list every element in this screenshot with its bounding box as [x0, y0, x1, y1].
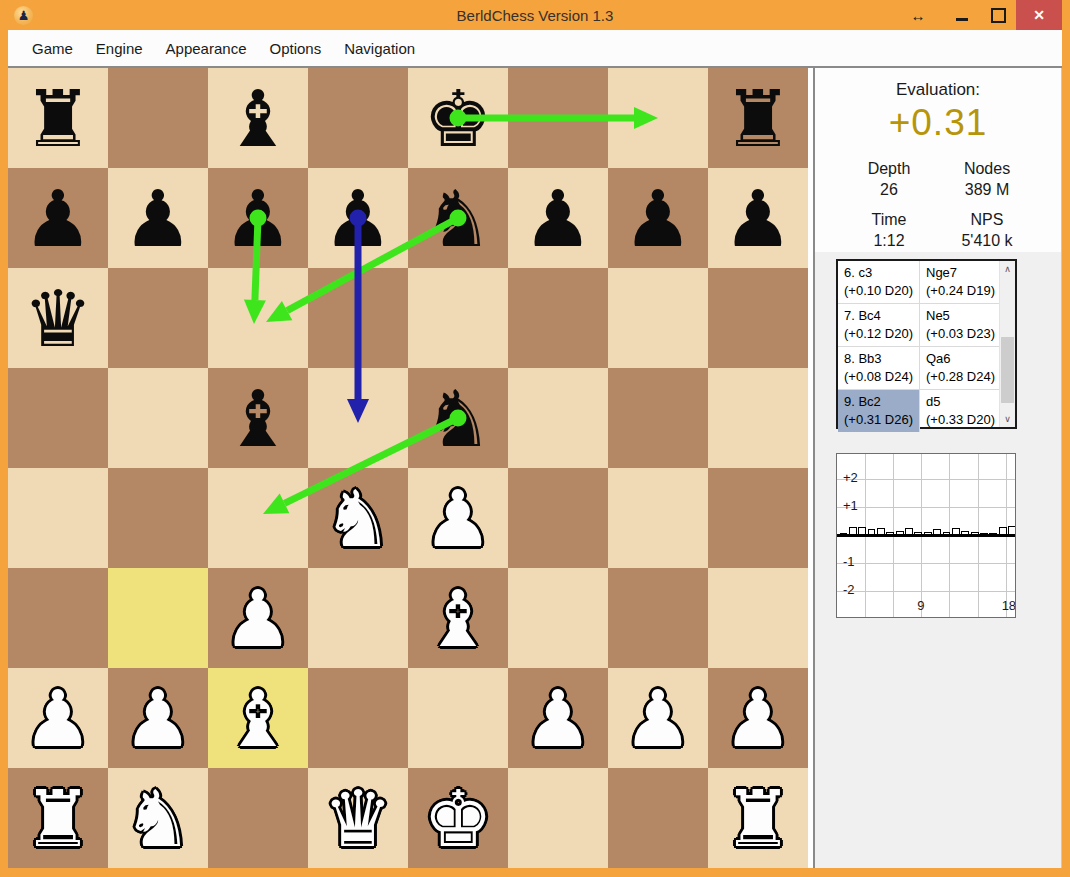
square-h7[interactable]: ♟: [708, 168, 808, 268]
scroll-down-button[interactable]: ∨: [1000, 411, 1015, 427]
square-e1[interactable]: ♚: [408, 768, 508, 868]
square-c6[interactable]: [208, 268, 308, 368]
square-h8[interactable]: ♜: [708, 68, 808, 168]
square-c2[interactable]: ♝: [208, 668, 308, 768]
stat-nodes: Nodes389 M: [938, 158, 1036, 200]
square-b1[interactable]: ♞: [108, 768, 208, 868]
move-text: Nge7: [926, 264, 1000, 282]
minimize-icon: [956, 18, 968, 21]
evaluation-card: Evaluation: +0.31 Depth26Nodes389 MTime1…: [815, 68, 1061, 252]
square-d3[interactable]: [308, 568, 408, 668]
eval-bar-ply-5: [877, 528, 885, 535]
stat-label: NPS: [938, 209, 1036, 230]
eval-bar-ply-11: [933, 529, 941, 535]
eval-bar-ply-16: [980, 533, 988, 535]
square-d4[interactable]: ♞: [308, 468, 408, 568]
square-e7[interactable]: ♞: [408, 168, 508, 268]
menu-bar: GameEngineAppearanceOptionsNavigation: [8, 30, 1062, 66]
square-g7[interactable]: ♟: [608, 168, 708, 268]
eval-bar-ply-6: [886, 532, 894, 535]
move-cell-black[interactable]: d5(+0.33 D20): [920, 390, 1000, 432]
chess-board: ♜♝♚♜♟♟♟♟♞♟♟♟♛♝♞♞♟♟♝♟♟♝♟♟♟♜♞♛♚♜: [8, 68, 808, 868]
chart-gridline: [837, 563, 1015, 564]
resize-arrows-icon[interactable]: ↔: [900, 0, 936, 30]
white-bishop-c2[interactable]: ♝: [208, 668, 308, 768]
square-a1[interactable]: ♜: [8, 768, 108, 868]
white-pawn-g2[interactable]: ♟: [608, 668, 708, 768]
square-e4[interactable]: ♟: [408, 468, 508, 568]
black-rook-h8[interactable]: ♜: [708, 68, 808, 168]
move-text: 8. Bb3: [844, 350, 919, 368]
move-row: 8. Bb3(+0.08 D24)Qa6(+0.28 D24): [838, 347, 1000, 390]
white-pawn-c3[interactable]: ♟: [208, 568, 308, 668]
square-g6[interactable]: [608, 268, 708, 368]
move-row: 7. Bc4(+0.12 D20)Ne5(+0.03 D23): [838, 304, 1000, 347]
square-h2[interactable]: ♟: [708, 668, 808, 768]
square-d1[interactable]: ♛: [308, 768, 408, 868]
stat-value: 1:12: [840, 230, 938, 251]
eval-bar-ply-1: [840, 533, 848, 535]
square-a5[interactable]: [8, 368, 108, 468]
square-e8[interactable]: ♚: [408, 68, 508, 168]
chart-ytick-label: -2: [843, 582, 855, 597]
square-c8[interactable]: ♝: [208, 68, 308, 168]
black-knight-e7[interactable]: ♞: [408, 168, 508, 268]
square-a6[interactable]: ♛: [8, 268, 108, 368]
black-knight-e5[interactable]: ♞: [408, 368, 508, 468]
square-h6[interactable]: [708, 268, 808, 368]
evaluation-label: Evaluation:: [815, 80, 1061, 100]
stat-value: 389 M: [938, 179, 1036, 200]
move-cell-black[interactable]: Nge7(+0.24 D19): [920, 261, 1000, 303]
evaluation-chart: +2+1-1-2918: [836, 453, 1016, 618]
move-text: Ne5: [926, 307, 1000, 325]
evaluation-value: +0.31: [815, 102, 1061, 144]
square-b5[interactable]: [108, 368, 208, 468]
move-eval: (+0.31 D26): [844, 411, 919, 429]
white-rook-h1[interactable]: ♜: [708, 768, 808, 868]
square-f4[interactable]: [508, 468, 608, 568]
white-knight-d4[interactable]: ♞: [308, 468, 408, 568]
move-text: 6. c3: [844, 264, 919, 282]
move-eval: (+0.08 D24): [844, 368, 919, 386]
move-eval: (+0.24 D19): [926, 282, 1000, 300]
white-pawn-h2[interactable]: ♟: [708, 668, 808, 768]
chart-ytick-label: -1: [843, 554, 855, 569]
stat-label: Depth: [840, 158, 938, 179]
chart-xtick-label: 9: [917, 598, 924, 613]
move-eval: (+0.10 D20): [844, 282, 919, 300]
move-cell-white[interactable]: 8. Bb3(+0.08 D24): [838, 347, 920, 389]
menu-item-game[interactable]: Game: [32, 40, 73, 57]
white-pawn-f2[interactable]: ♟: [508, 668, 608, 768]
square-c5[interactable]: ♝: [208, 368, 308, 468]
eval-bar-ply-10: [924, 532, 932, 535]
move-row: 9. Bc2(+0.31 D26)d5(+0.33 D20): [838, 390, 1000, 432]
eval-bar-ply-8: [905, 528, 913, 535]
stat-label: Nodes: [938, 158, 1036, 179]
square-a8[interactable]: ♜: [8, 68, 108, 168]
black-pawn-d7[interactable]: ♟: [308, 168, 408, 268]
move-cell-black[interactable]: Ne5(+0.03 D23): [920, 304, 1000, 346]
square-f5[interactable]: [508, 368, 608, 468]
square-a2[interactable]: ♟: [8, 668, 108, 768]
black-pawn-a7[interactable]: ♟: [8, 168, 108, 268]
minimize-button[interactable]: [944, 0, 980, 30]
eval-bar-ply-2: [849, 527, 857, 535]
square-e3[interactable]: ♝: [408, 568, 508, 668]
black-king-e8[interactable]: ♚: [408, 68, 508, 168]
square-h5[interactable]: [708, 368, 808, 468]
move-text: d5: [926, 393, 1000, 411]
square-f3[interactable]: [508, 568, 608, 668]
square-a7[interactable]: ♟: [8, 168, 108, 268]
title-bar: ♟ BerldChess Version 1.3 ↔ ✕: [8, 0, 1062, 30]
white-pawn-e4[interactable]: ♟: [408, 468, 508, 568]
eval-bar-ply-9: [914, 532, 922, 535]
white-queen-d1[interactable]: ♛: [308, 768, 408, 868]
stat-depth: Depth26: [840, 158, 938, 200]
menu-item-engine[interactable]: Engine: [96, 40, 143, 57]
square-a3[interactable]: [8, 568, 108, 668]
square-c1[interactable]: [208, 768, 308, 868]
square-b4[interactable]: [108, 468, 208, 568]
square-b6[interactable]: [108, 268, 208, 368]
square-c3[interactable]: ♟: [208, 568, 308, 668]
square-d8[interactable]: [308, 68, 408, 168]
square-f1[interactable]: [508, 768, 608, 868]
stat-time: Time1:12: [840, 209, 938, 251]
square-f8[interactable]: [508, 68, 608, 168]
eval-bar-ply-3: [858, 527, 866, 535]
chart-gridline: [837, 479, 1015, 480]
move-text: 7. Bc4: [844, 307, 919, 325]
black-pawn-g7[interactable]: ♟: [608, 168, 708, 268]
black-pawn-f7[interactable]: ♟: [508, 168, 608, 268]
move-row: 6. c3(+0.10 D20)Nge7(+0.24 D19): [838, 261, 1000, 304]
square-e6[interactable]: [408, 268, 508, 368]
square-b7[interactable]: ♟: [108, 168, 208, 268]
square-e5[interactable]: ♞: [408, 368, 508, 468]
white-bishop-e3[interactable]: ♝: [408, 568, 508, 668]
square-f6[interactable]: [508, 268, 608, 368]
maximize-icon: [991, 8, 1006, 23]
eval-bar-ply-15: [971, 532, 979, 535]
menu-item-navigation[interactable]: Navigation: [344, 40, 415, 57]
eval-bar-ply-12: [943, 532, 951, 535]
square-g8[interactable]: [608, 68, 708, 168]
square-g5[interactable]: [608, 368, 708, 468]
square-d5[interactable]: [308, 368, 408, 468]
black-pawn-b7[interactable]: ♟: [108, 168, 208, 268]
move-text: 9. Bc2: [844, 393, 919, 411]
stat-nps: NPS5'410 k: [938, 209, 1036, 251]
chart-ytick-label: +1: [843, 498, 858, 513]
square-a4[interactable]: [8, 468, 108, 568]
move-list: 6. c3(+0.10 D20)Nge7(+0.24 D19)7. Bc4(+0…: [836, 259, 1017, 429]
move-eval: (+0.03 D23): [926, 325, 1000, 343]
black-rook-a8[interactable]: ♜: [8, 68, 108, 168]
move-cell-white[interactable]: 7. Bc4(+0.12 D20): [838, 304, 920, 346]
chart-xtick-label: 18: [1002, 598, 1016, 613]
close-button[interactable]: ✕: [1016, 0, 1062, 30]
black-bishop-c5[interactable]: ♝: [208, 368, 308, 468]
black-bishop-c8[interactable]: ♝: [208, 68, 308, 168]
square-f7[interactable]: ♟: [508, 168, 608, 268]
scrollbar-thumb[interactable]: [1001, 337, 1014, 403]
eval-bar-ply-18: [999, 527, 1007, 535]
square-d7[interactable]: ♟: [308, 168, 408, 268]
move-cell-black[interactable]: Qa6(+0.28 D24): [920, 347, 1000, 389]
square-c4[interactable]: [208, 468, 308, 568]
eval-bar-ply-7: [896, 531, 904, 535]
move-list-scrollbar[interactable]: ∧ ∨: [999, 261, 1015, 427]
white-rook-a1[interactable]: ♜: [8, 768, 108, 868]
square-h4[interactable]: [708, 468, 808, 568]
white-king-e1[interactable]: ♚: [408, 768, 508, 868]
app-window: ♟ BerldChess Version 1.3 ↔ ✕ GameEngineA…: [0, 0, 1070, 877]
black-pawn-h7[interactable]: ♟: [708, 168, 808, 268]
square-f2[interactable]: ♟: [508, 668, 608, 768]
white-pawn-b2[interactable]: ♟: [108, 668, 208, 768]
stat-value: 26: [840, 179, 938, 200]
eval-bar-ply-13: [952, 528, 960, 535]
engine-stats: Depth26Nodes389 MTime1:12NPS5'410 k: [840, 158, 1036, 251]
square-d6[interactable]: [308, 268, 408, 368]
square-g2[interactable]: ♟: [608, 668, 708, 768]
eval-bar-ply-17: [989, 533, 997, 535]
window-controls: ↔ ✕: [900, 0, 1062, 30]
engine-panel: Evaluation: +0.31 Depth26Nodes389 MTime1…: [815, 68, 1062, 868]
square-g4[interactable]: [608, 468, 708, 568]
square-c7[interactable]: ♟: [208, 168, 308, 268]
white-knight-b1[interactable]: ♞: [108, 768, 208, 868]
stat-value: 5'410 k: [938, 230, 1036, 251]
black-pawn-c7[interactable]: ♟: [208, 168, 308, 268]
move-eval: (+0.28 D24): [926, 368, 1000, 386]
chart-ytick-label: +2: [843, 470, 858, 485]
square-b3[interactable]: [108, 568, 208, 668]
eval-bar-ply-19: [1008, 526, 1016, 535]
square-d2[interactable]: [308, 668, 408, 768]
chart-gridline: [837, 591, 1015, 592]
chart-gridline: [837, 507, 1015, 508]
eval-bar-ply-4: [868, 529, 876, 535]
square-e2[interactable]: [408, 668, 508, 768]
menu-item-options[interactable]: Options: [269, 40, 321, 57]
square-h1[interactable]: ♜: [708, 768, 808, 868]
move-eval: (+0.12 D20): [844, 325, 919, 343]
maximize-button[interactable]: [980, 0, 1016, 30]
eval-bar-ply-14: [961, 531, 969, 535]
move-text: Qa6: [926, 350, 1000, 368]
menu-item-appearance[interactable]: Appearance: [166, 40, 247, 57]
square-b2[interactable]: ♟: [108, 668, 208, 768]
square-g1[interactable]: [608, 768, 708, 868]
move-cell-white[interactable]: 9. Bc2(+0.31 D26): [838, 390, 920, 432]
square-h3[interactable]: [708, 568, 808, 668]
move-cell-white[interactable]: 6. c3(+0.10 D20): [838, 261, 920, 303]
square-g3[interactable]: [608, 568, 708, 668]
scroll-up-button[interactable]: ∧: [1000, 261, 1015, 277]
white-pawn-a2[interactable]: ♟: [8, 668, 108, 768]
black-queen-a6[interactable]: ♛: [8, 268, 108, 368]
stat-label: Time: [840, 209, 938, 230]
move-eval: (+0.33 D20): [926, 411, 1000, 429]
square-b8[interactable]: [108, 68, 208, 168]
